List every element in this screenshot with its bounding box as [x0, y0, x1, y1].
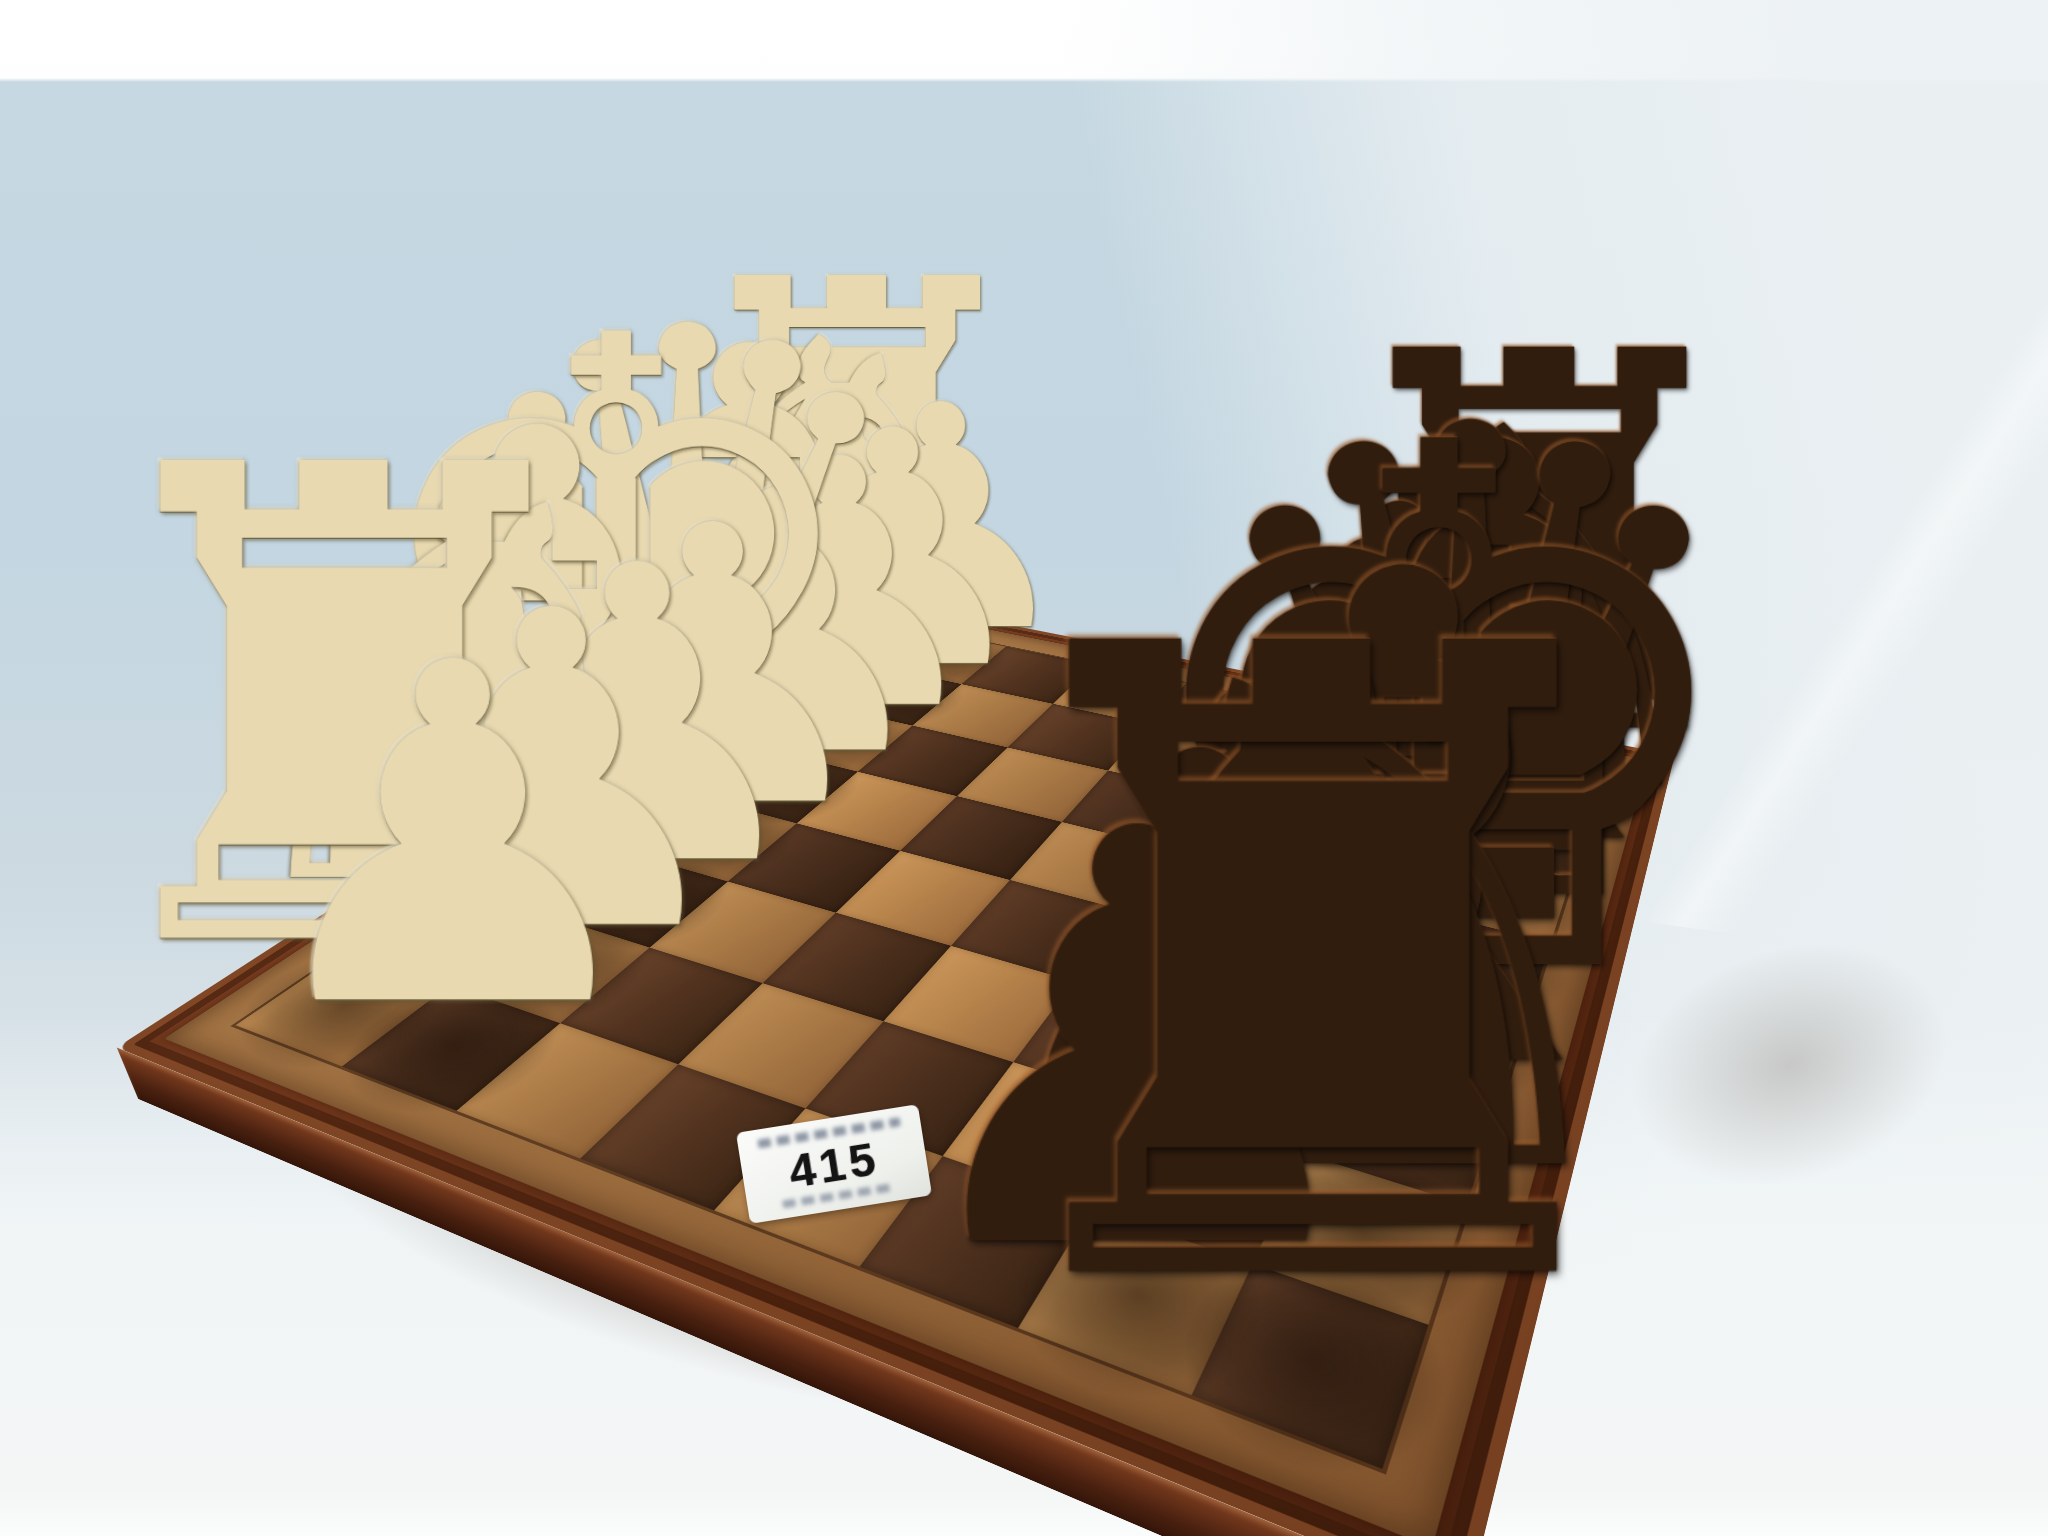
black-rook-glyph: ♜ [925, 574, 1701, 1370]
auction-photo: ♜♞♝♛♚♝♞♜♟♟♟♟♟♟♟♟♟♟♟♟♟♟♟♟♜♞♝♛♚♝♞♜ 415 [0, 0, 2048, 1536]
lot-number: 415 [786, 1134, 883, 1195]
white-pawn-glyph: ♟ [243, 623, 662, 1053]
